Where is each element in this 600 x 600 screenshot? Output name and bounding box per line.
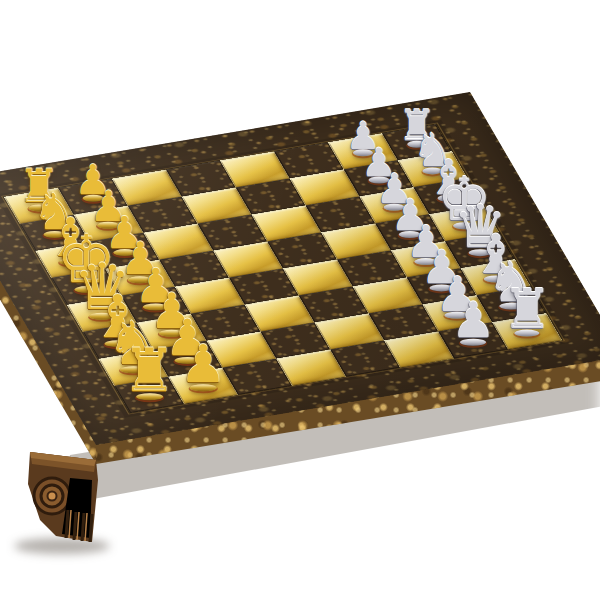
chessboard (0, 92, 600, 445)
board-grid (4, 124, 562, 413)
photo-canvas: ♜♟♟♜♞♟♟♞♝♟♟♝♚♟♟♚♛♟♟♛♝♟♟♝♞♟♟♞♜♟♟♜ (0, 0, 600, 600)
ionic-column-leg (26, 450, 100, 546)
